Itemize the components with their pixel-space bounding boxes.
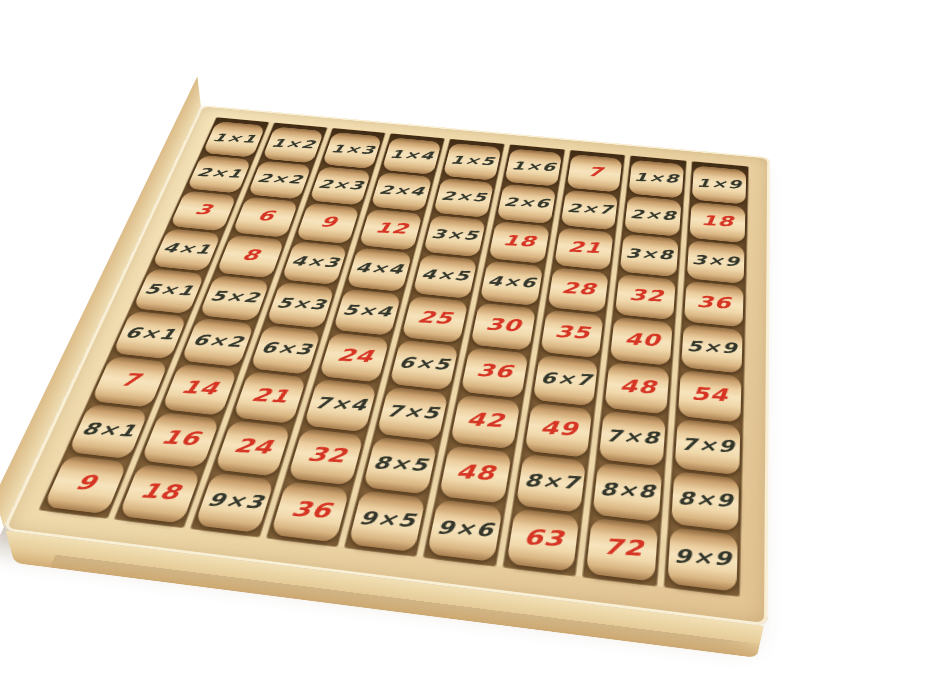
- problem-label: 1×4: [389, 148, 436, 162]
- problem-label: 3×9: [692, 252, 740, 269]
- roller-r2c5[interactable]: 2×5: [433, 178, 494, 218]
- roller-r3c1[interactable]: 3: [170, 191, 237, 232]
- problem-label: 2×7: [566, 201, 614, 217]
- roller-r9c4[interactable]: 36: [271, 481, 350, 542]
- roller-r3c7[interactable]: 21: [554, 227, 614, 270]
- roller-r1c2[interactable]: 1×2: [262, 126, 324, 163]
- roller-r6c3[interactable]: 6×3: [249, 325, 321, 375]
- answer-label: 18: [501, 232, 537, 250]
- answer-label: 48: [454, 460, 497, 485]
- roller-r6c9[interactable]: 54: [678, 370, 741, 423]
- roller-r2c4[interactable]: 2×4: [371, 172, 433, 212]
- answer-label: 21: [567, 238, 603, 256]
- roller-r5c3[interactable]: 5×3: [266, 282, 336, 329]
- problem-label: 8×7: [523, 470, 581, 493]
- roller-r4c9[interactable]: 36: [684, 281, 743, 328]
- answer-label: 9: [72, 470, 101, 494]
- roller-r7c4[interactable]: 7×4: [304, 379, 377, 433]
- roller-r9c6[interactable]: 9×6: [427, 499, 503, 562]
- roller-r9c9[interactable]: 9×9: [668, 527, 738, 592]
- roller-r9c2[interactable]: 18: [118, 464, 201, 524]
- problem-label: 1×8: [634, 170, 680, 185]
- roller-r4c4[interactable]: 4×4: [346, 248, 412, 292]
- problem-label: 2×4: [378, 183, 427, 198]
- problem-label: 6×3: [258, 339, 314, 358]
- roller-r4c3[interactable]: 4×3: [281, 241, 348, 285]
- roller-r8c7[interactable]: 8×7: [515, 454, 586, 513]
- roller-r5c7[interactable]: 35: [540, 310, 604, 359]
- answer-label: 7: [118, 369, 144, 390]
- roller-r1c4[interactable]: 1×4: [382, 137, 442, 174]
- problem-label: 4×4: [354, 260, 406, 277]
- roller-r8c5[interactable]: 8×5: [363, 437, 438, 495]
- problem-label: 1×9: [697, 176, 743, 191]
- answer-label: 32: [628, 286, 664, 306]
- problem-label: 4×3: [289, 253, 341, 270]
- roller-r5c8[interactable]: 40: [610, 317, 673, 366]
- problem-label: 5×9: [687, 338, 738, 357]
- answer-label: 6: [255, 207, 277, 224]
- problem-label: 5×2: [208, 288, 262, 306]
- roller-r6c1[interactable]: 6×1: [112, 311, 187, 360]
- roller-r1c6[interactable]: 1×6: [504, 148, 562, 186]
- problem-label: 1×1: [211, 131, 259, 145]
- roller-r4c2[interactable]: 8: [216, 235, 284, 279]
- problem-label: 2×3: [316, 177, 365, 192]
- roller-r7c5[interactable]: 7×5: [377, 387, 449, 441]
- problem-label: 8×8: [600, 479, 657, 502]
- problem-label: 5×4: [341, 302, 394, 320]
- problem-label: 9×3: [204, 489, 266, 512]
- multiplication-board: 1×12×134×15×16×178×191×22×2685×26×214161…: [2, 105, 770, 626]
- answer-label: 28: [560, 279, 597, 298]
- problem-label: 7×9: [681, 434, 736, 456]
- roller-r3c5[interactable]: 3×5: [423, 215, 486, 257]
- roller-r2c3[interactable]: 2×3: [309, 166, 372, 205]
- problem-label: 9×5: [357, 507, 418, 531]
- answer-label: 40: [623, 329, 660, 350]
- problem-label: 3×8: [626, 246, 675, 263]
- roller-r6c6[interactable]: 36: [460, 347, 528, 398]
- problem-label: 7×5: [385, 402, 442, 423]
- problem-label: 4×5: [420, 266, 471, 283]
- answer-label: 42: [465, 408, 506, 431]
- problem-label: 6×7: [539, 369, 593, 389]
- answer-label: 8: [240, 246, 263, 264]
- roller-r7c7[interactable]: 49: [524, 403, 593, 458]
- roller-r7c2[interactable]: 14: [161, 363, 237, 415]
- answer-label: 16: [158, 426, 204, 450]
- answer-label: 48: [618, 375, 657, 397]
- problem-label: 5×1: [142, 281, 196, 299]
- roller-r8c3[interactable]: 24: [214, 420, 292, 477]
- roller-r9c3[interactable]: 9×3: [194, 472, 275, 533]
- answer-label: 9: [318, 213, 339, 230]
- answer-label: 72: [602, 534, 645, 561]
- roller-r6c4[interactable]: 24: [319, 332, 390, 382]
- roller-r7c8[interactable]: 7×8: [599, 411, 666, 467]
- roller-r9c8[interactable]: 72: [586, 518, 658, 582]
- problem-label: 9×6: [435, 517, 495, 541]
- roller-r4c6[interactable]: 4×6: [480, 261, 543, 306]
- answer-label: 18: [701, 212, 734, 230]
- answer-label: 36: [288, 497, 334, 523]
- problem-label: 8×9: [677, 488, 734, 511]
- roller-r3c4[interactable]: 12: [359, 209, 423, 251]
- problem-label: 8×5: [372, 453, 431, 475]
- answer-label: 32: [305, 443, 349, 467]
- problem-label: 3×5: [430, 227, 480, 243]
- roller-r2c9[interactable]: 18: [690, 202, 746, 243]
- roller-r1c1[interactable]: 1×1: [202, 121, 265, 157]
- answer-label: 36: [696, 292, 731, 312]
- roller-r7c9[interactable]: 7×9: [675, 419, 740, 475]
- roller-r6c8[interactable]: 48: [605, 362, 670, 414]
- roller-r1c3[interactable]: 1×3: [322, 132, 383, 169]
- roller-r5c4[interactable]: 5×4: [333, 289, 401, 336]
- problem-label: 2×5: [440, 189, 488, 204]
- problem-label: 7×8: [605, 426, 660, 447]
- roller-r2c7[interactable]: 2×7: [560, 190, 618, 231]
- roller-r1c7[interactable]: 7: [566, 154, 623, 192]
- roller-r8c9[interactable]: 8×9: [671, 471, 739, 531]
- roller-r8c1[interactable]: 8×1: [68, 404, 149, 459]
- roller-r2c2[interactable]: 2×2: [247, 161, 311, 200]
- perspective-scene: 1×12×134×15×16×178×191×22×2685×26×214161…: [105, 0, 765, 650]
- answer-label: 35: [554, 322, 592, 343]
- answer-label: 49: [539, 416, 580, 439]
- answer-label: 12: [373, 219, 410, 237]
- answer-label: 3: [193, 201, 216, 218]
- roller-r5c1[interactable]: 5×1: [133, 268, 205, 314]
- roller-r6c7[interactable]: 6×7: [532, 355, 598, 407]
- roller-r6c5[interactable]: 6×5: [389, 340, 458, 391]
- roller-r9c1[interactable]: 9: [43, 455, 127, 514]
- answer-label: 54: [691, 383, 729, 405]
- roller-r5c9[interactable]: 5×9: [681, 324, 742, 374]
- problem-label: 2×1: [195, 166, 244, 181]
- problem-label: 8×1: [79, 419, 139, 440]
- answer-label: 21: [249, 384, 292, 406]
- roller-r1c9[interactable]: 1×9: [692, 165, 746, 204]
- answer-label: 7: [586, 164, 604, 180]
- roller-r7c3[interactable]: 21: [232, 371, 307, 424]
- problem-label: 1×5: [449, 153, 496, 167]
- roller-r3c6[interactable]: 18: [488, 221, 549, 264]
- roller-r5c5[interactable]: 25: [401, 296, 468, 344]
- answer-label: 30: [484, 315, 523, 335]
- problem-label: 9×9: [674, 545, 733, 570]
- problem-label: 2×6: [503, 195, 551, 210]
- roller-r2c8[interactable]: 2×8: [625, 196, 682, 237]
- answer-label: 18: [137, 479, 185, 504]
- roller-r8c6[interactable]: 48: [439, 445, 512, 503]
- roller-r6c2[interactable]: 6×2: [181, 318, 254, 367]
- roller-r1c8[interactable]: 1×8: [629, 160, 684, 199]
- roller-r7c6[interactable]: 42: [450, 395, 520, 450]
- problem-label: 1×3: [329, 142, 376, 156]
- roller-r8c4[interactable]: 32: [288, 428, 364, 485]
- problem-label: 1×2: [269, 137, 317, 151]
- roller-r1c5[interactable]: 1×5: [443, 143, 502, 181]
- problem-label: 6×2: [190, 331, 246, 350]
- problem-label: 2×8: [630, 207, 677, 223]
- answer-label: 25: [416, 308, 455, 328]
- roller-r4c5[interactable]: 4×5: [413, 254, 478, 299]
- roller-r3c9[interactable]: 3×9: [687, 240, 745, 284]
- photo-stage: 1×12×134×15×16×178×191×22×2685×26×214161…: [0, 0, 928, 686]
- answer-label: 24: [231, 434, 276, 458]
- problem-label: 1×6: [510, 159, 557, 174]
- answer-label: 36: [475, 360, 515, 382]
- roller-r3c3[interactable]: 9: [295, 203, 360, 244]
- answer-label: 14: [178, 376, 222, 398]
- roller-r8c8[interactable]: 8×8: [593, 462, 663, 522]
- roller-r8c2[interactable]: 16: [140, 412, 219, 468]
- answer-label: 63: [522, 524, 566, 551]
- roller-r2c6[interactable]: 2×6: [497, 184, 556, 224]
- problem-label: 6×5: [397, 354, 452, 373]
- problem-label: 4×6: [486, 273, 537, 290]
- answer-label: 24: [335, 345, 376, 366]
- roller-r4c7[interactable]: 28: [547, 267, 609, 313]
- roller-r5c2[interactable]: 5×2: [199, 275, 270, 321]
- roller-r4c1[interactable]: 4×1: [152, 228, 221, 271]
- roller-r4c8[interactable]: 32: [615, 274, 676, 320]
- roller-r9c7[interactable]: 63: [506, 508, 580, 571]
- roller-r9c5[interactable]: 9×5: [348, 490, 426, 552]
- roller-r3c8[interactable]: 3×8: [620, 234, 679, 277]
- roller-r5c6[interactable]: 30: [470, 303, 536, 351]
- problem-label: 7×4: [313, 394, 370, 414]
- roller-r7c1[interactable]: 7: [91, 356, 169, 408]
- problem-label: 5×3: [274, 295, 328, 313]
- problem-label: 2×2: [255, 171, 304, 186]
- roller-r2c1[interactable]: 2×1: [186, 155, 251, 194]
- problem-label: 4×1: [161, 240, 214, 256]
- roller-r3c2[interactable]: 6: [232, 197, 298, 238]
- problem-label: 6×1: [122, 324, 178, 343]
